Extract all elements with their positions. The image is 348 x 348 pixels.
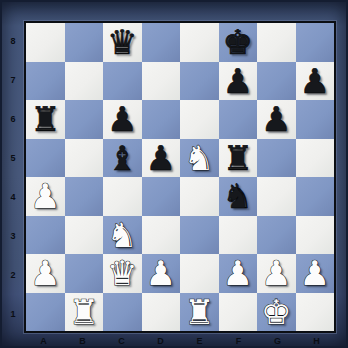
square-g4[interactable] xyxy=(257,177,296,216)
square-f1[interactable] xyxy=(219,293,258,332)
white-king-piece: ♚ xyxy=(257,293,296,332)
square-e8[interactable] xyxy=(180,23,219,62)
square-f3[interactable] xyxy=(219,216,258,255)
white-rook-piece: ♜ xyxy=(65,293,104,332)
white-pawn-piece: ♟ xyxy=(257,254,296,293)
square-c6[interactable]: ♟ xyxy=(103,100,142,139)
black-pawn-piece: ♟ xyxy=(103,100,142,139)
square-d1[interactable] xyxy=(142,293,181,332)
square-b8[interactable] xyxy=(65,23,104,62)
white-pawn-piece: ♟ xyxy=(26,177,65,216)
square-e2[interactable] xyxy=(180,254,219,293)
square-a2[interactable]: ♟ xyxy=(26,254,65,293)
square-h8[interactable] xyxy=(296,23,335,62)
white-pawn-piece: ♟ xyxy=(219,254,258,293)
square-b3[interactable] xyxy=(65,216,104,255)
square-h2[interactable]: ♟ xyxy=(296,254,335,293)
square-e3[interactable] xyxy=(180,216,219,255)
square-a3[interactable] xyxy=(26,216,65,255)
square-c5[interactable]: ♝ xyxy=(103,139,142,178)
black-pawn-piece: ♟ xyxy=(296,62,335,101)
square-b6[interactable] xyxy=(65,100,104,139)
square-f4[interactable]: ♞ xyxy=(219,177,258,216)
square-h4[interactable] xyxy=(296,177,335,216)
square-e6[interactable] xyxy=(180,100,219,139)
square-g5[interactable] xyxy=(257,139,296,178)
file-label-e: E xyxy=(180,333,219,348)
file-label-h: H xyxy=(297,333,336,348)
square-a4[interactable]: ♟ xyxy=(26,177,65,216)
white-pawn-piece: ♟ xyxy=(296,254,335,293)
square-d6[interactable] xyxy=(142,100,181,139)
black-bishop-piece: ♝ xyxy=(103,139,142,178)
chess-board: ♛♚♟♟♜♟♟♝♟♞♜♟♞♞♟♛♟♟♟♟♜♜♚ xyxy=(24,21,336,333)
square-a1[interactable] xyxy=(26,293,65,332)
square-b5[interactable] xyxy=(65,139,104,178)
square-d3[interactable] xyxy=(142,216,181,255)
square-f7[interactable]: ♟ xyxy=(219,62,258,101)
square-f6[interactable] xyxy=(219,100,258,139)
rank-label-6: 6 xyxy=(2,99,24,138)
square-h5[interactable] xyxy=(296,139,335,178)
white-pawn-piece: ♟ xyxy=(26,254,65,293)
rank-label-3: 3 xyxy=(2,216,24,255)
square-g3[interactable] xyxy=(257,216,296,255)
black-pawn-piece: ♟ xyxy=(219,62,258,101)
square-g6[interactable]: ♟ xyxy=(257,100,296,139)
square-h3[interactable] xyxy=(296,216,335,255)
square-c3[interactable]: ♞ xyxy=(103,216,142,255)
white-knight-piece: ♞ xyxy=(180,139,219,178)
square-e1[interactable]: ♜ xyxy=(180,293,219,332)
square-e7[interactable] xyxy=(180,62,219,101)
square-a7[interactable] xyxy=(26,62,65,101)
square-h6[interactable] xyxy=(296,100,335,139)
square-a6[interactable]: ♜ xyxy=(26,100,65,139)
square-h1[interactable] xyxy=(296,293,335,332)
file-label-g: G xyxy=(258,333,297,348)
file-label-a: A xyxy=(24,333,63,348)
square-c4[interactable] xyxy=(103,177,142,216)
board-frame: 87654321 ♛♚♟♟♜♟♟♝♟♞♜♟♞♞♟♛♟♟♟♟♜♜♚ ABCDEFG… xyxy=(0,0,348,348)
file-label-d: D xyxy=(141,333,180,348)
black-queen-piece: ♛ xyxy=(103,23,142,62)
square-d7[interactable] xyxy=(142,62,181,101)
rank-label-5: 5 xyxy=(2,138,24,177)
black-knight-piece: ♞ xyxy=(219,177,258,216)
square-f5[interactable]: ♜ xyxy=(219,139,258,178)
square-d2[interactable]: ♟ xyxy=(142,254,181,293)
white-queen-piece: ♛ xyxy=(103,254,142,293)
black-king-piece: ♚ xyxy=(219,23,258,62)
square-d5[interactable]: ♟ xyxy=(142,139,181,178)
square-c2[interactable]: ♛ xyxy=(103,254,142,293)
square-e5[interactable]: ♞ xyxy=(180,139,219,178)
square-g1[interactable]: ♚ xyxy=(257,293,296,332)
rank-label-8: 8 xyxy=(2,21,24,60)
file-label-c: C xyxy=(102,333,141,348)
rank-labels: 87654321 xyxy=(2,21,24,333)
white-rook-piece: ♜ xyxy=(180,293,219,332)
square-a5[interactable] xyxy=(26,139,65,178)
square-c7[interactable] xyxy=(103,62,142,101)
file-label-f: F xyxy=(219,333,258,348)
square-g8[interactable] xyxy=(257,23,296,62)
square-g7[interactable] xyxy=(257,62,296,101)
white-knight-piece: ♞ xyxy=(103,216,142,255)
square-d8[interactable] xyxy=(142,23,181,62)
square-g2[interactable]: ♟ xyxy=(257,254,296,293)
rank-label-4: 4 xyxy=(2,177,24,216)
square-c1[interactable] xyxy=(103,293,142,332)
square-c8[interactable]: ♛ xyxy=(103,23,142,62)
square-d4[interactable] xyxy=(142,177,181,216)
rank-label-1: 1 xyxy=(2,294,24,333)
square-f8[interactable]: ♚ xyxy=(219,23,258,62)
file-label-b: B xyxy=(63,333,102,348)
black-rook-piece: ♜ xyxy=(26,100,65,139)
square-b2[interactable] xyxy=(65,254,104,293)
black-rook-piece: ♜ xyxy=(219,139,258,178)
file-labels: ABCDEFGH xyxy=(24,333,336,348)
white-pawn-piece: ♟ xyxy=(142,254,181,293)
black-pawn-piece: ♟ xyxy=(257,100,296,139)
square-b4[interactable] xyxy=(65,177,104,216)
square-b7[interactable] xyxy=(65,62,104,101)
square-h7[interactable]: ♟ xyxy=(296,62,335,101)
square-a8[interactable] xyxy=(26,23,65,62)
rank-label-7: 7 xyxy=(2,60,24,99)
black-pawn-piece: ♟ xyxy=(142,139,181,178)
square-b1[interactable]: ♜ xyxy=(65,293,104,332)
square-e4[interactable] xyxy=(180,177,219,216)
rank-label-2: 2 xyxy=(2,255,24,294)
square-f2[interactable]: ♟ xyxy=(219,254,258,293)
